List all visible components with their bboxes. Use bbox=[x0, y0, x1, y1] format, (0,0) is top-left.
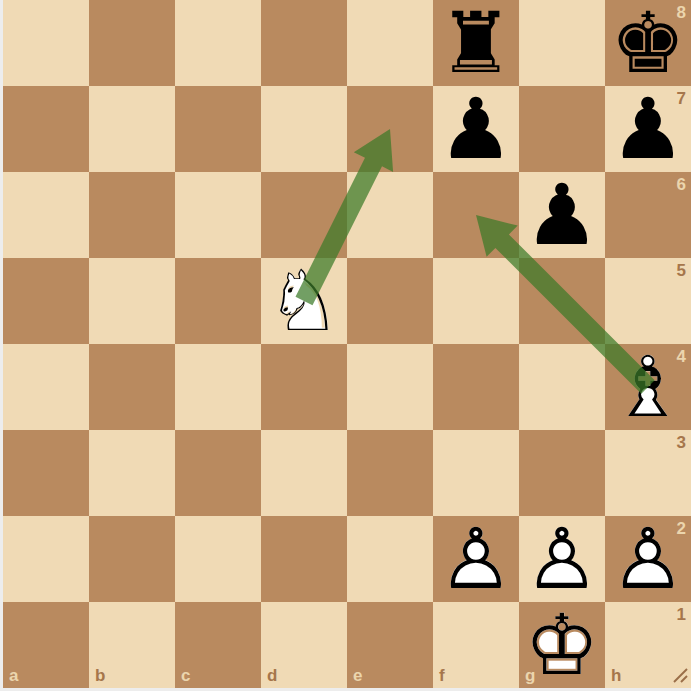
white-pawn-glyph: ♙ bbox=[605, 516, 691, 602]
square-d8[interactable] bbox=[261, 0, 347, 86]
white-pawn-glyph: ♙ bbox=[519, 516, 605, 602]
white-knight[interactable]: ♞♘ bbox=[261, 258, 347, 344]
square-f3[interactable] bbox=[433, 430, 519, 516]
resize-handle-line bbox=[681, 676, 687, 682]
white-pawn[interactable]: ♟♙ bbox=[605, 516, 691, 602]
square-d3[interactable] bbox=[261, 430, 347, 516]
square-c3[interactable] bbox=[175, 430, 261, 516]
square-g4[interactable] bbox=[519, 344, 605, 430]
white-pawn-glyph: ♟ bbox=[433, 516, 519, 602]
white-king-glyph: ♚ bbox=[519, 602, 605, 688]
square-h5[interactable]: 5 bbox=[605, 258, 691, 344]
square-b4[interactable] bbox=[89, 344, 175, 430]
square-e8[interactable] bbox=[347, 0, 433, 86]
square-b6[interactable] bbox=[89, 172, 175, 258]
black-rook-glyph: ♜ bbox=[433, 0, 519, 86]
square-a7[interactable] bbox=[3, 86, 89, 172]
square-d1[interactable]: d bbox=[261, 602, 347, 688]
square-a4[interactable] bbox=[3, 344, 89, 430]
square-a2[interactable] bbox=[3, 516, 89, 602]
square-e2[interactable] bbox=[347, 516, 433, 602]
white-pawn[interactable]: ♟♙ bbox=[519, 516, 605, 602]
square-g3[interactable] bbox=[519, 430, 605, 516]
rank-label-1: 1 bbox=[677, 606, 686, 623]
square-e6[interactable] bbox=[347, 172, 433, 258]
square-c8[interactable] bbox=[175, 0, 261, 86]
square-d6[interactable] bbox=[261, 172, 347, 258]
square-a6[interactable] bbox=[3, 172, 89, 258]
square-f6[interactable] bbox=[433, 172, 519, 258]
square-g7[interactable] bbox=[519, 86, 605, 172]
square-b3[interactable] bbox=[89, 430, 175, 516]
square-a8[interactable] bbox=[3, 0, 89, 86]
rank-label-3: 3 bbox=[677, 434, 686, 451]
white-bishop[interactable]: ♝♗ bbox=[605, 344, 691, 430]
white-knight-glyph: ♘ bbox=[261, 258, 347, 344]
resize-handle-line bbox=[674, 669, 687, 682]
file-label-h: h bbox=[611, 667, 621, 684]
square-e4[interactable] bbox=[347, 344, 433, 430]
black-pawn[interactable]: ♟ bbox=[519, 172, 605, 258]
rank-label-6: 6 bbox=[677, 176, 686, 193]
white-pawn-glyph: ♙ bbox=[433, 516, 519, 602]
white-knight-glyph: ♞ bbox=[261, 258, 347, 344]
file-label-a: a bbox=[9, 667, 18, 684]
square-a3[interactable] bbox=[3, 430, 89, 516]
black-pawn[interactable]: ♟ bbox=[605, 86, 691, 172]
square-g8[interactable] bbox=[519, 0, 605, 86]
rank-label-5: 5 bbox=[677, 262, 686, 279]
square-a5[interactable] bbox=[3, 258, 89, 344]
black-rook[interactable]: ♜ bbox=[433, 0, 519, 86]
square-b1[interactable]: b bbox=[89, 602, 175, 688]
black-king-glyph: ♚ bbox=[605, 0, 691, 86]
black-pawn-glyph: ♟ bbox=[605, 86, 691, 172]
file-label-b: b bbox=[95, 667, 105, 684]
white-pawn-glyph: ♟ bbox=[519, 516, 605, 602]
square-d2[interactable] bbox=[261, 516, 347, 602]
square-d4[interactable] bbox=[261, 344, 347, 430]
square-c7[interactable] bbox=[175, 86, 261, 172]
square-b2[interactable] bbox=[89, 516, 175, 602]
square-c1[interactable]: c bbox=[175, 602, 261, 688]
square-h3[interactable]: 3 bbox=[605, 430, 691, 516]
square-e1[interactable]: e bbox=[347, 602, 433, 688]
file-label-e: e bbox=[353, 667, 362, 684]
white-king[interactable]: ♚♔ bbox=[519, 602, 605, 688]
black-pawn-glyph: ♟ bbox=[519, 172, 605, 258]
square-f5[interactable] bbox=[433, 258, 519, 344]
square-h6[interactable]: 6 bbox=[605, 172, 691, 258]
square-f1[interactable]: f bbox=[433, 602, 519, 688]
black-pawn[interactable]: ♟ bbox=[433, 86, 519, 172]
square-b7[interactable] bbox=[89, 86, 175, 172]
square-e3[interactable] bbox=[347, 430, 433, 516]
white-king-glyph: ♔ bbox=[519, 602, 605, 688]
square-b5[interactable] bbox=[89, 258, 175, 344]
square-d7[interactable] bbox=[261, 86, 347, 172]
white-pawn-glyph: ♟ bbox=[605, 516, 691, 602]
square-e7[interactable] bbox=[347, 86, 433, 172]
square-c6[interactable] bbox=[175, 172, 261, 258]
white-bishop-glyph: ♝ bbox=[605, 344, 691, 430]
file-label-d: d bbox=[267, 667, 277, 684]
file-label-f: f bbox=[439, 667, 445, 684]
file-label-c: c bbox=[181, 667, 190, 684]
square-c4[interactable] bbox=[175, 344, 261, 430]
black-king[interactable]: ♚ bbox=[605, 0, 691, 86]
board-resize-handle[interactable] bbox=[672, 667, 688, 683]
square-c5[interactable] bbox=[175, 258, 261, 344]
square-e5[interactable] bbox=[347, 258, 433, 344]
square-f4[interactable] bbox=[433, 344, 519, 430]
square-b8[interactable] bbox=[89, 0, 175, 86]
chess-board: 8765432abcdefg1h♜♚♟♟♟♞♘♝♗♟♙♟♙♟♙♚♔ bbox=[3, 0, 691, 688]
square-c2[interactable] bbox=[175, 516, 261, 602]
white-bishop-glyph: ♗ bbox=[605, 344, 691, 430]
white-pawn[interactable]: ♟♙ bbox=[433, 516, 519, 602]
square-a1[interactable]: a bbox=[3, 602, 89, 688]
black-pawn-glyph: ♟ bbox=[433, 86, 519, 172]
square-g5[interactable] bbox=[519, 258, 605, 344]
